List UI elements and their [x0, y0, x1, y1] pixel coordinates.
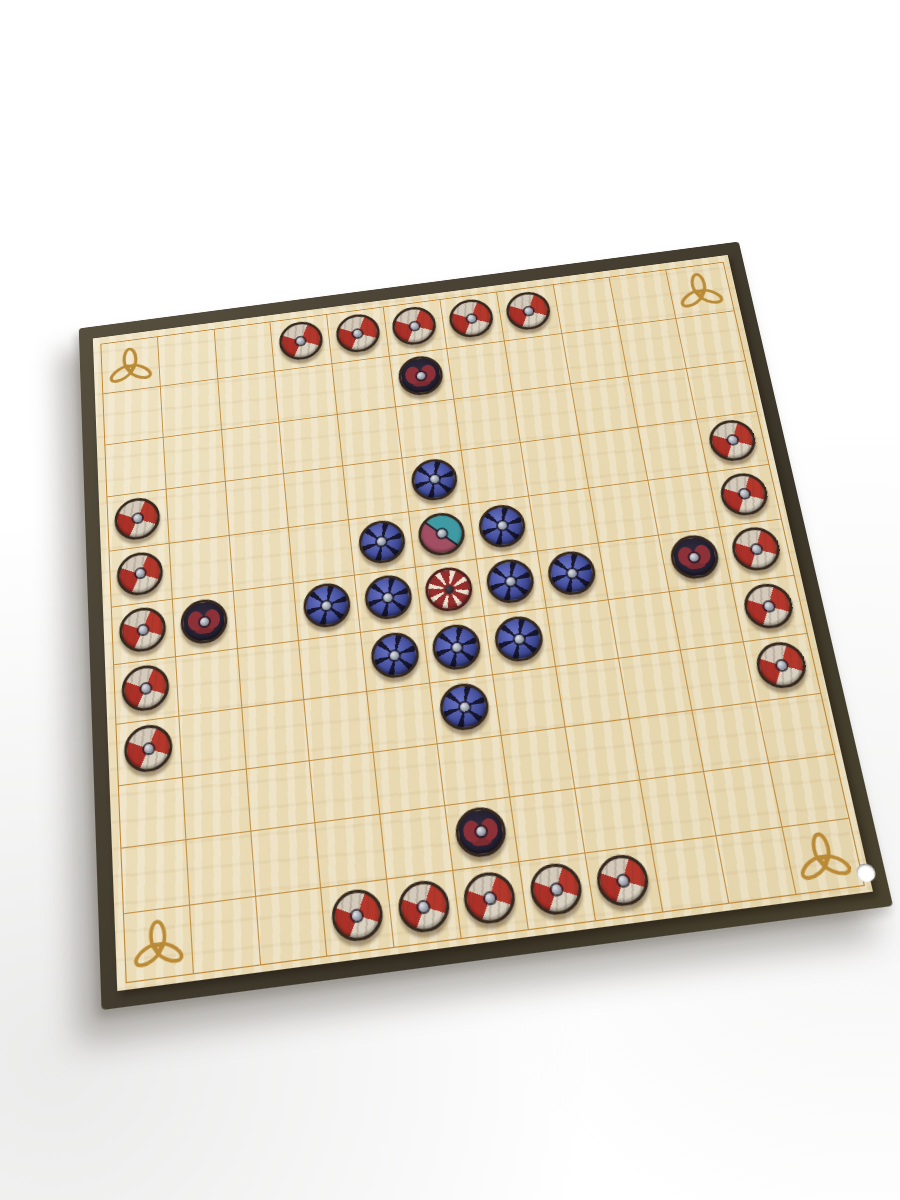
cell-d6[interactable] — [294, 576, 361, 641]
cell-j11[interactable] — [610, 270, 677, 326]
cell-i3[interactable] — [629, 710, 705, 781]
cell-i2[interactable] — [640, 772, 717, 845]
piece-defender-blue[interactable] — [369, 630, 421, 681]
piece-attacker-red[interactable] — [740, 581, 797, 631]
cell-b2[interactable] — [186, 832, 256, 906]
cell-a8[interactable] — [107, 490, 169, 552]
piece-attacker-red[interactable] — [728, 525, 784, 574]
photo-scene — [0, 0, 900, 1200]
triquetra-icon — [131, 913, 186, 974]
piece-defender-blue[interactable] — [545, 549, 599, 598]
cell-c6[interactable] — [233, 584, 299, 649]
board-backing-frame — [79, 242, 893, 1010]
piece-attacker-red[interactable] — [391, 305, 439, 348]
cell-e2[interactable] — [381, 806, 454, 879]
piece-attacker-red[interactable] — [334, 312, 382, 355]
piece-defender-blue[interactable] — [362, 573, 414, 622]
cell-d1[interactable] — [322, 880, 395, 956]
piece-defender-blue[interactable] — [476, 502, 528, 550]
hnefatafl-board — [93, 255, 873, 991]
cell-b9[interactable] — [163, 430, 225, 490]
cell-e3[interactable] — [374, 744, 445, 815]
piece-attacker-red[interactable] — [753, 639, 811, 691]
cell-c10[interactable] — [218, 371, 280, 429]
cell-c1[interactable] — [256, 888, 328, 964]
piece-attacker-red[interactable] — [124, 722, 174, 775]
cell-i11[interactable] — [553, 278, 619, 334]
triquetra-icon — [791, 826, 856, 886]
piece-attacker-red[interactable] — [717, 470, 772, 517]
cell-g7[interactable] — [469, 497, 538, 560]
cell-h6[interactable] — [538, 544, 609, 609]
piece-attacker-red[interactable] — [396, 878, 452, 935]
cell-b7[interactable] — [169, 536, 233, 600]
piece-defender-teal[interactable] — [416, 510, 467, 558]
cell-b4[interactable] — [179, 708, 246, 777]
cell-a9[interactable] — [105, 437, 166, 497]
cell-k7[interactable] — [709, 465, 781, 527]
cell-h5[interactable] — [547, 600, 619, 667]
cell-e4[interactable] — [367, 683, 437, 752]
piece-attacker-raven[interactable] — [180, 597, 229, 647]
cell-i4[interactable] — [619, 650, 693, 718]
piece-defender-blue[interactable] — [492, 614, 546, 665]
cell-g9[interactable] — [454, 392, 520, 452]
cell-i7[interactable] — [589, 481, 659, 544]
piece-defender-blue[interactable] — [438, 681, 492, 733]
cell-f6[interactable] — [416, 560, 485, 625]
cell-g5[interactable] — [485, 608, 556, 675]
cell-k5[interactable] — [732, 576, 807, 642]
piece-defender-blue[interactable] — [410, 456, 461, 503]
cell-e7[interactable] — [349, 512, 416, 575]
piece-attacker-red[interactable] — [330, 887, 385, 945]
cell-e10[interactable] — [333, 356, 397, 414]
cell-h2[interactable] — [575, 781, 651, 854]
cell-j9[interactable] — [629, 369, 698, 428]
cell-f2[interactable] — [445, 798, 519, 871]
cell-g10[interactable] — [447, 341, 512, 399]
cell-h1[interactable] — [585, 845, 662, 920]
cell-f10[interactable] — [390, 349, 454, 407]
cell-d10[interactable] — [275, 364, 338, 422]
cell-h11[interactable] — [497, 285, 562, 341]
cell-h7[interactable] — [529, 489, 598, 552]
cell-e1[interactable] — [388, 871, 462, 947]
cell-h10[interactable] — [505, 334, 571, 392]
cell-b8[interactable] — [166, 482, 229, 544]
cell-a6[interactable] — [112, 600, 176, 666]
cell-c2[interactable] — [251, 823, 322, 897]
cell-g4[interactable] — [493, 667, 565, 736]
cell-f7[interactable] — [409, 504, 477, 567]
cell-j7[interactable] — [649, 473, 720, 536]
cell-f5[interactable] — [423, 616, 493, 683]
cell-d7[interactable] — [289, 520, 355, 583]
cell-f8[interactable] — [403, 451, 470, 512]
piece-attacker-red[interactable] — [121, 663, 170, 714]
cell-c4[interactable] — [242, 700, 310, 769]
cell-d8[interactable] — [284, 467, 349, 529]
piece-attacker-red[interactable] — [447, 297, 496, 340]
cell-b6[interactable] — [173, 592, 238, 657]
piece-attacker-red[interactable] — [114, 495, 161, 542]
cell-k3[interactable] — [757, 693, 835, 763]
cell-a10[interactable] — [103, 387, 163, 446]
cell-k10[interactable] — [676, 311, 745, 368]
piece-attacker-raven[interactable] — [397, 354, 446, 398]
cell-c3[interactable] — [246, 761, 315, 832]
piece-attacker-raven[interactable] — [453, 804, 509, 860]
cell-k6[interactable] — [720, 520, 794, 584]
cell-a2[interactable] — [121, 841, 189, 915]
cell-i9[interactable] — [571, 376, 639, 435]
cell-f1[interactable] — [453, 862, 528, 938]
cell-j5[interactable] — [670, 584, 744, 650]
cell-d11[interactable] — [271, 315, 333, 372]
cell-a3[interactable] — [119, 777, 186, 849]
cell-e5[interactable] — [361, 625, 430, 692]
cell-f11[interactable] — [384, 300, 447, 356]
cell-f9[interactable] — [396, 399, 461, 459]
piece-attacker-red[interactable] — [504, 290, 553, 333]
piece-defender-blue[interactable] — [356, 518, 407, 566]
cell-b11[interactable] — [158, 330, 218, 387]
cell-c9[interactable] — [222, 422, 285, 482]
piece-defender-blue[interactable] — [430, 622, 483, 673]
cell-e9[interactable] — [338, 407, 403, 467]
board-grid — [100, 262, 865, 983]
cell-j8[interactable] — [639, 420, 709, 481]
piece-attacker-red[interactable] — [706, 417, 760, 463]
cell-k11[interactable] — [666, 263, 733, 319]
triquetra-icon — [107, 343, 154, 388]
cell-g11[interactable] — [440, 292, 504, 348]
cell-c7[interactable] — [229, 528, 294, 591]
cell-i1[interactable] — [651, 836, 730, 911]
cell-i10[interactable] — [562, 326, 629, 384]
cell-e6[interactable] — [355, 568, 423, 633]
cell-b5[interactable] — [176, 649, 242, 716]
cell-f3[interactable] — [438, 735, 511, 806]
piece-attacker-red[interactable] — [462, 869, 519, 926]
piece-defender-blue[interactable] — [302, 581, 353, 630]
cell-a5[interactable] — [114, 657, 179, 724]
cell-b10[interactable] — [161, 379, 222, 437]
cell-d5[interactable] — [299, 633, 367, 700]
cell-g6[interactable] — [477, 552, 547, 617]
cell-d4[interactable] — [305, 691, 374, 760]
cell-k4[interactable] — [744, 634, 820, 702]
cell-j6[interactable] — [659, 528, 732, 592]
cell-b1[interactable] — [190, 897, 261, 973]
cell-c11[interactable] — [214, 322, 275, 379]
cell-k9[interactable] — [687, 361, 757, 420]
piece-attacker-red[interactable] — [277, 320, 324, 363]
cell-k8[interactable] — [698, 412, 769, 473]
cell-h4[interactable] — [556, 658, 629, 727]
cell-a11[interactable] — [101, 337, 160, 394]
piece-attacker-red[interactable] — [593, 852, 652, 909]
cell-i6[interactable] — [598, 536, 670, 601]
cell-h3[interactable] — [565, 719, 640, 790]
cell-g1[interactable] — [519, 854, 595, 929]
cell-d3[interactable] — [310, 752, 380, 823]
piece-defender-blue[interactable] — [484, 557, 537, 606]
cell-e8[interactable] — [344, 459, 410, 520]
piece-attacker-red[interactable] — [528, 861, 586, 918]
cell-d2[interactable] — [316, 815, 388, 888]
cell-h9[interactable] — [512, 384, 579, 443]
cell-a4[interactable] — [116, 716, 182, 786]
cell-j10[interactable] — [619, 319, 687, 377]
piece-attacker-red[interactable] — [116, 549, 164, 597]
cell-a7[interactable] — [110, 544, 173, 608]
cell-a1[interactable] — [124, 906, 194, 982]
cell-c8[interactable] — [225, 474, 289, 536]
piece-attacker-raven[interactable] — [667, 533, 722, 582]
cell-g3[interactable] — [501, 727, 575, 798]
piece-attacker-red[interactable] — [119, 605, 168, 655]
piece-king[interactable] — [423, 565, 475, 614]
cell-b3[interactable] — [183, 769, 251, 841]
cell-k1[interactable] — [783, 819, 864, 894]
cell-h8[interactable] — [521, 436, 589, 497]
cell-k2[interactable] — [769, 755, 848, 827]
cell-d9[interactable] — [280, 414, 344, 474]
cell-f4[interactable] — [430, 675, 501, 744]
cell-g8[interactable] — [462, 443, 529, 504]
cell-i8[interactable] — [580, 428, 649, 489]
cell-i5[interactable] — [608, 592, 681, 658]
triquetra-icon — [673, 268, 727, 312]
cell-g2[interactable] — [510, 789, 585, 862]
cell-c5[interactable] — [238, 641, 305, 708]
cell-e11[interactable] — [327, 307, 390, 364]
